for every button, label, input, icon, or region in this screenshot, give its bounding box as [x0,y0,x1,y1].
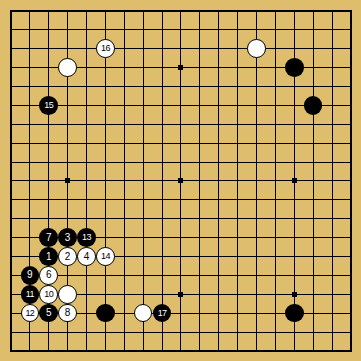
board-point[interactable] [172,209,191,228]
board-point[interactable] [58,115,77,134]
board-point[interactable]: 10 [39,285,58,304]
board-point[interactable] [134,39,153,58]
board-point[interactable] [2,342,21,361]
board-point[interactable] [285,20,304,39]
board-point[interactable] [228,342,247,361]
board-point[interactable] [266,58,285,77]
board-point[interactable] [342,115,361,134]
board-point[interactable] [285,172,304,191]
board-point[interactable] [96,172,115,191]
board-point[interactable] [58,20,77,39]
board-point[interactable] [115,2,134,21]
board-point[interactable] [190,115,209,134]
board-point[interactable] [247,304,266,323]
board-point[interactable] [304,304,323,323]
board-point[interactable] [228,323,247,342]
board-point[interactable] [77,39,96,58]
board-point[interactable] [20,2,39,21]
board-point[interactable] [304,115,323,134]
board-point[interactable] [323,228,342,247]
board-point[interactable] [20,96,39,115]
board-point[interactable] [228,134,247,153]
board-point[interactable] [228,153,247,172]
board-point[interactable] [172,247,191,266]
board-point[interactable] [2,172,21,191]
board-point[interactable] [134,323,153,342]
board-point[interactable] [209,209,228,228]
board-point[interactable] [20,77,39,96]
board-point[interactable] [209,2,228,21]
board-point[interactable] [58,134,77,153]
board-point[interactable] [134,266,153,285]
board-point[interactable] [285,39,304,58]
board-point[interactable] [285,77,304,96]
board-point[interactable] [20,172,39,191]
board-point[interactable] [190,304,209,323]
board-point[interactable] [172,285,191,304]
board-point[interactable] [323,190,342,209]
board-point[interactable] [228,20,247,39]
board-point[interactable] [190,285,209,304]
board-point[interactable] [153,266,172,285]
board-point[interactable] [115,77,134,96]
board-point[interactable] [77,134,96,153]
board-point[interactable] [247,247,266,266]
board-point[interactable] [266,39,285,58]
board-point[interactable] [228,190,247,209]
board-point[interactable] [153,323,172,342]
board-point[interactable] [2,134,21,153]
board-point[interactable] [134,304,153,323]
board-point[interactable] [342,77,361,96]
board-point[interactable] [190,172,209,191]
board-point[interactable] [77,172,96,191]
board-point[interactable] [96,209,115,228]
board-point[interactable] [2,266,21,285]
board-point[interactable] [134,134,153,153]
board-point[interactable] [190,266,209,285]
board-point[interactable] [96,2,115,21]
board-point[interactable] [209,172,228,191]
board-point[interactable] [2,96,21,115]
board-point[interactable] [190,77,209,96]
board-point[interactable] [77,190,96,209]
board-point[interactable] [323,77,342,96]
board-point[interactable] [209,115,228,134]
board-point[interactable] [115,304,134,323]
board-point[interactable] [209,304,228,323]
board-point[interactable] [285,96,304,115]
board-point[interactable] [304,58,323,77]
board-point[interactable] [58,323,77,342]
board-point[interactable] [39,153,58,172]
board-point[interactable] [209,39,228,58]
board-point[interactable] [39,77,58,96]
board-point[interactable] [190,58,209,77]
board-point[interactable] [342,20,361,39]
board-point[interactable] [96,304,115,323]
board-point[interactable] [247,228,266,247]
board-point[interactable] [39,39,58,58]
board-point[interactable] [266,2,285,21]
board-point[interactable] [2,304,21,323]
board-point[interactable] [39,323,58,342]
board-point[interactable] [153,2,172,21]
board-point[interactable] [209,77,228,96]
board-point[interactable] [285,153,304,172]
board-point[interactable] [228,58,247,77]
board-point[interactable] [304,153,323,172]
board-point[interactable] [134,96,153,115]
board-point[interactable] [20,58,39,77]
board-point[interactable] [190,134,209,153]
board-point[interactable] [247,285,266,304]
board-point[interactable] [209,323,228,342]
board-point[interactable] [323,323,342,342]
board-point[interactable] [342,228,361,247]
board-point[interactable] [134,285,153,304]
board-point[interactable] [247,58,266,77]
board-point[interactable] [2,153,21,172]
board-point[interactable] [190,153,209,172]
board-point[interactable] [285,247,304,266]
board-point[interactable] [266,228,285,247]
board-point[interactable] [39,58,58,77]
board-point[interactable] [209,228,228,247]
board-point[interactable] [58,58,77,77]
board-point[interactable] [285,228,304,247]
board-point[interactable] [247,96,266,115]
board-point[interactable] [58,172,77,191]
board-point[interactable] [77,304,96,323]
board-point[interactable] [266,172,285,191]
board-point[interactable] [172,153,191,172]
board-point[interactable] [115,285,134,304]
board-point[interactable] [172,115,191,134]
board-point[interactable] [39,134,58,153]
board-point[interactable] [172,190,191,209]
board-point[interactable] [96,266,115,285]
board-point[interactable] [209,266,228,285]
board-point[interactable] [342,134,361,153]
board-point[interactable] [247,153,266,172]
board-point[interactable] [2,20,21,39]
board-point[interactable] [190,96,209,115]
board-point[interactable] [115,323,134,342]
board-point[interactable] [20,20,39,39]
board-point[interactable] [96,96,115,115]
board-point[interactable] [58,96,77,115]
board-point[interactable] [153,134,172,153]
board-point[interactable] [304,266,323,285]
board-point[interactable] [342,323,361,342]
board-point[interactable] [342,285,361,304]
board-point[interactable] [134,2,153,21]
board-point[interactable] [115,134,134,153]
board-point[interactable]: 14 [96,247,115,266]
board-point[interactable] [77,2,96,21]
board-point[interactable]: 9 [20,266,39,285]
board-point[interactable] [323,115,342,134]
board-point[interactable] [20,39,39,58]
board-point[interactable] [323,39,342,58]
board-point[interactable] [285,190,304,209]
board-point[interactable] [342,172,361,191]
board-point[interactable] [285,342,304,361]
board-point[interactable] [247,77,266,96]
board-point[interactable] [304,247,323,266]
board-point[interactable] [115,266,134,285]
board-point[interactable] [20,115,39,134]
board-point[interactable] [2,39,21,58]
board-point[interactable] [2,228,21,247]
board-point[interactable] [77,323,96,342]
board-point[interactable] [77,96,96,115]
board-point[interactable] [39,115,58,134]
board-point[interactable] [134,58,153,77]
board-point[interactable] [342,96,361,115]
board-point[interactable] [323,96,342,115]
board-point[interactable] [77,20,96,39]
board-point[interactable] [304,285,323,304]
board-point[interactable] [58,285,77,304]
board-point[interactable] [58,190,77,209]
board-point[interactable] [134,172,153,191]
board-point[interactable] [115,172,134,191]
board-point[interactable] [153,153,172,172]
board-point[interactable] [342,153,361,172]
board-point[interactable] [323,342,342,361]
board-point[interactable] [96,323,115,342]
board-point[interactable] [58,209,77,228]
board-point[interactable] [96,115,115,134]
board-point[interactable] [134,228,153,247]
board-point[interactable] [323,134,342,153]
board-point[interactable] [266,285,285,304]
board-point[interactable]: 15 [39,96,58,115]
board-point[interactable] [96,228,115,247]
board-point[interactable] [266,304,285,323]
board-point[interactable] [39,209,58,228]
board-point[interactable] [77,77,96,96]
board-point[interactable] [172,172,191,191]
board-point[interactable] [266,247,285,266]
board-point[interactable] [20,323,39,342]
board-point[interactable] [39,342,58,361]
board-point[interactable] [153,209,172,228]
board-point[interactable] [172,77,191,96]
board-point[interactable] [209,134,228,153]
board-point[interactable] [323,247,342,266]
board-point[interactable] [304,190,323,209]
board-point[interactable] [153,342,172,361]
board-point[interactable] [20,134,39,153]
board-point[interactable] [2,58,21,77]
board-point[interactable] [323,2,342,21]
board-point[interactable] [115,209,134,228]
board-point[interactable] [134,342,153,361]
board-point[interactable]: 16 [96,39,115,58]
board-point[interactable] [20,209,39,228]
board-point[interactable] [228,115,247,134]
board-point[interactable] [39,172,58,191]
board-point[interactable] [266,323,285,342]
board-point[interactable] [153,247,172,266]
board-point[interactable] [190,20,209,39]
board-point[interactable] [172,323,191,342]
board-point[interactable] [77,285,96,304]
board-point[interactable] [209,190,228,209]
board-point[interactable] [228,285,247,304]
board-point[interactable] [20,153,39,172]
board-point[interactable] [115,96,134,115]
board-point[interactable] [20,190,39,209]
board-point[interactable] [39,20,58,39]
board-point[interactable] [190,323,209,342]
board-point[interactable] [115,247,134,266]
board-point[interactable] [323,172,342,191]
board-point[interactable] [247,172,266,191]
board-point[interactable] [266,342,285,361]
board-point[interactable] [304,39,323,58]
board-point[interactable] [2,247,21,266]
board-point[interactable] [58,39,77,58]
board-point[interactable] [266,20,285,39]
board-point[interactable] [115,228,134,247]
board-point[interactable] [153,20,172,39]
board-point[interactable] [96,285,115,304]
board-point[interactable] [153,190,172,209]
board-point[interactable] [228,2,247,21]
board-point[interactable] [247,266,266,285]
board-point[interactable]: 12 [20,304,39,323]
board-point[interactable] [115,153,134,172]
board-point[interactable] [209,285,228,304]
board-point[interactable] [342,342,361,361]
board-point[interactable] [304,172,323,191]
board-point[interactable]: 11 [20,285,39,304]
board-point[interactable] [20,247,39,266]
board-point[interactable] [172,342,191,361]
board-point[interactable] [266,134,285,153]
board-point[interactable] [285,134,304,153]
board-point[interactable] [153,115,172,134]
board-point[interactable] [134,209,153,228]
board-point[interactable] [77,153,96,172]
board-point[interactable] [115,115,134,134]
board-point[interactable] [266,77,285,96]
board-point[interactable] [266,153,285,172]
board-point[interactable] [342,209,361,228]
board-point[interactable] [228,247,247,266]
board-point[interactable] [247,2,266,21]
board-point[interactable] [77,342,96,361]
board-point[interactable] [266,96,285,115]
board-point[interactable] [285,58,304,77]
board-point[interactable] [153,172,172,191]
board-point[interactable]: 2 [58,247,77,266]
board-point[interactable] [247,39,266,58]
board-point[interactable] [304,323,323,342]
board-point[interactable] [20,342,39,361]
board-point[interactable] [285,323,304,342]
board-point[interactable] [209,96,228,115]
board-point[interactable] [77,266,96,285]
board-point[interactable] [115,20,134,39]
board-point[interactable] [172,58,191,77]
board-point[interactable] [2,323,21,342]
board-point[interactable] [96,190,115,209]
board-point[interactable] [247,190,266,209]
board-point[interactable] [39,190,58,209]
board-point[interactable] [228,39,247,58]
board-point[interactable] [2,77,21,96]
board-point[interactable]: 3 [58,228,77,247]
board-point[interactable] [342,190,361,209]
board-point[interactable] [153,228,172,247]
board-point[interactable] [285,209,304,228]
board-point[interactable] [2,209,21,228]
board-point[interactable] [2,285,21,304]
board-point[interactable] [153,58,172,77]
board-point[interactable] [172,39,191,58]
board-point[interactable] [2,2,21,21]
board-point[interactable] [153,39,172,58]
board-point[interactable] [342,2,361,21]
board-point[interactable] [77,209,96,228]
board-point[interactable] [153,285,172,304]
board-point[interactable] [134,153,153,172]
board-point[interactable] [304,77,323,96]
board-point[interactable] [134,247,153,266]
board-point[interactable] [247,20,266,39]
board-point[interactable] [228,96,247,115]
board-point[interactable] [39,2,58,21]
board-point[interactable]: 13 [77,228,96,247]
board-point[interactable] [115,190,134,209]
board-point[interactable] [172,304,191,323]
board-point[interactable] [134,115,153,134]
board-point[interactable] [228,304,247,323]
board-point[interactable]: 5 [39,304,58,323]
board-point[interactable] [228,228,247,247]
board-point[interactable] [190,190,209,209]
board-point[interactable] [266,190,285,209]
board-point[interactable] [285,285,304,304]
board-point[interactable] [209,20,228,39]
board-point[interactable] [153,77,172,96]
board-point[interactable] [20,228,39,247]
board-point[interactable] [2,115,21,134]
board-point[interactable] [323,304,342,323]
board-point[interactable] [266,115,285,134]
board-point[interactable] [96,342,115,361]
board-point[interactable] [304,96,323,115]
board-point[interactable] [190,228,209,247]
board-point[interactable] [172,20,191,39]
board-point[interactable] [266,266,285,285]
board-point[interactable] [96,77,115,96]
board-point[interactable] [323,153,342,172]
board-point[interactable] [2,190,21,209]
board-point[interactable] [285,2,304,21]
board-point[interactable] [190,342,209,361]
board-point[interactable] [77,115,96,134]
board-point[interactable] [304,134,323,153]
board-point[interactable]: 7 [39,228,58,247]
board-point[interactable] [58,342,77,361]
board-point[interactable] [134,20,153,39]
